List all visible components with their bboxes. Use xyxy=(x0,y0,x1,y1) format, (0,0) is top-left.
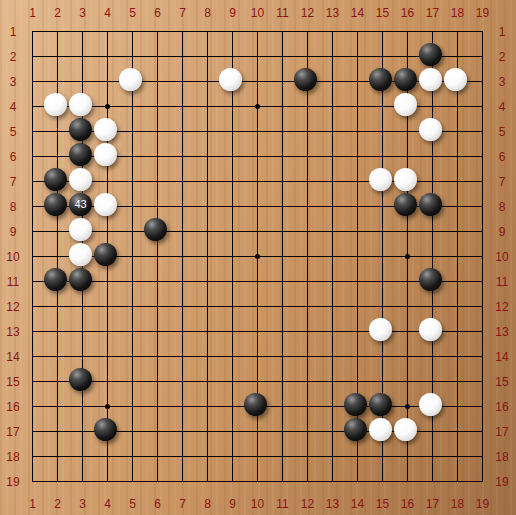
coordinates-right: 12345678910111213141516171819 xyxy=(493,19,511,494)
coordinate-label-bottom: 7 xyxy=(170,496,195,512)
white-stone xyxy=(419,68,442,91)
white-stone xyxy=(94,193,117,216)
white-stone xyxy=(119,68,142,91)
coordinate-label-bottom: 5 xyxy=(120,496,145,512)
white-stone xyxy=(394,418,417,441)
black-stone xyxy=(394,193,417,216)
coordinate-label-right: 19 xyxy=(493,469,511,494)
coordinate-label-right: 12 xyxy=(493,294,511,319)
coordinate-label-bottom: 9 xyxy=(220,496,245,512)
coordinate-label-right: 9 xyxy=(493,219,511,244)
coordinate-label-bottom: 12 xyxy=(295,496,320,512)
black-stone xyxy=(44,168,67,191)
black-stone xyxy=(244,393,267,416)
coordinate-label-bottom: 17 xyxy=(420,496,445,512)
black-stone xyxy=(69,268,92,291)
coordinate-label-right: 16 xyxy=(493,394,511,419)
white-stone xyxy=(369,418,392,441)
black-stone xyxy=(94,243,117,266)
black-stone xyxy=(44,268,67,291)
black-stone xyxy=(94,418,117,441)
white-stone xyxy=(419,118,442,141)
white-stone xyxy=(444,68,467,91)
coordinate-label-right: 6 xyxy=(493,144,511,169)
coordinate-label-right: 2 xyxy=(493,44,511,69)
move-number-label: 43 xyxy=(74,199,86,210)
white-stone xyxy=(394,168,417,191)
white-stone xyxy=(419,393,442,416)
coordinate-label-right: 17 xyxy=(493,419,511,444)
white-stone xyxy=(394,93,417,116)
coordinate-label-right: 7 xyxy=(493,169,511,194)
black-stone xyxy=(419,43,442,66)
white-stone xyxy=(219,68,242,91)
coordinate-label-right: 4 xyxy=(493,94,511,119)
coordinates-bottom: 12345678910111213141516171819 xyxy=(20,496,495,512)
black-stone xyxy=(44,193,67,216)
coordinate-label-right: 3 xyxy=(493,69,511,94)
white-stone xyxy=(369,318,392,341)
star-point xyxy=(405,404,410,409)
black-stone xyxy=(394,68,417,91)
star-point xyxy=(105,104,110,109)
white-stone xyxy=(94,118,117,141)
coordinate-label-bottom: 6 xyxy=(145,496,170,512)
coordinate-label-bottom: 3 xyxy=(70,496,95,512)
coordinate-label-bottom: 1 xyxy=(20,496,45,512)
coordinate-label-right: 13 xyxy=(493,319,511,344)
black-stone xyxy=(69,143,92,166)
white-stone xyxy=(419,318,442,341)
coordinate-label-bottom: 18 xyxy=(445,496,470,512)
coordinate-label-bottom: 2 xyxy=(45,496,70,512)
coordinate-label-right: 11 xyxy=(493,269,511,294)
white-stone xyxy=(69,243,92,266)
white-stone xyxy=(69,168,92,191)
black-stone: 43 xyxy=(69,193,92,216)
coordinate-label-right: 10 xyxy=(493,244,511,269)
coordinate-label-bottom: 19 xyxy=(470,496,495,512)
coordinate-label-bottom: 16 xyxy=(395,496,420,512)
black-stone xyxy=(69,118,92,141)
black-stone xyxy=(344,418,367,441)
coordinate-label-bottom: 10 xyxy=(245,496,270,512)
coordinate-label-bottom: 13 xyxy=(320,496,345,512)
black-stone xyxy=(69,368,92,391)
star-point xyxy=(405,254,410,259)
coordinate-label-bottom: 8 xyxy=(195,496,220,512)
star-point xyxy=(105,404,110,409)
go-board[interactable]: 43 xyxy=(20,19,495,494)
white-stone xyxy=(44,93,67,116)
black-stone xyxy=(369,68,392,91)
coordinate-label-right: 14 xyxy=(493,344,511,369)
black-stone xyxy=(419,268,442,291)
go-board-app: 12345678910111213141516171819 1234567891… xyxy=(0,0,516,515)
black-stone xyxy=(144,218,167,241)
coordinate-label-right: 8 xyxy=(493,194,511,219)
coordinate-label-right: 5 xyxy=(493,119,511,144)
coordinate-label-right: 15 xyxy=(493,369,511,394)
star-point xyxy=(255,104,260,109)
black-stone xyxy=(369,393,392,416)
black-stone xyxy=(344,393,367,416)
coordinate-label-bottom: 11 xyxy=(270,496,295,512)
coordinate-label-bottom: 4 xyxy=(95,496,120,512)
white-stone xyxy=(369,168,392,191)
star-point xyxy=(255,254,260,259)
black-stone xyxy=(419,193,442,216)
black-stone xyxy=(294,68,317,91)
coordinate-label-bottom: 15 xyxy=(370,496,395,512)
coordinate-label-right: 18 xyxy=(493,444,511,469)
white-stone xyxy=(94,143,117,166)
white-stone xyxy=(69,218,92,241)
white-stone xyxy=(69,93,92,116)
coordinate-label-right: 1 xyxy=(493,19,511,44)
coordinate-label-bottom: 14 xyxy=(345,496,370,512)
